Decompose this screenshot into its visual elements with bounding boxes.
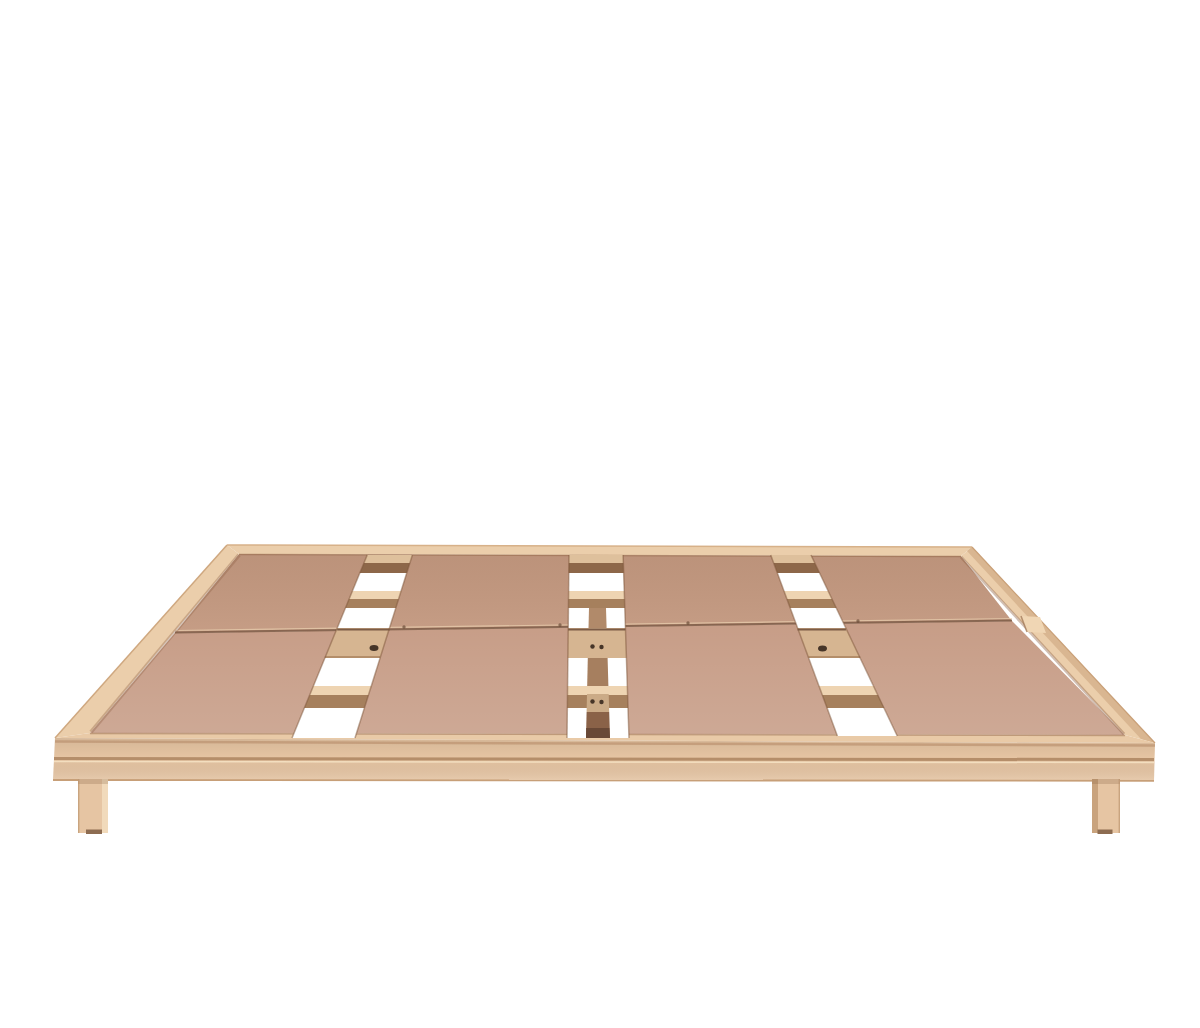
left-leg-top-shadow bbox=[78, 779, 108, 784]
center-rail-block bbox=[587, 694, 610, 712]
slat-top bbox=[349, 591, 401, 599]
right-leg bbox=[1092, 779, 1120, 834]
bed-frame-photo bbox=[0, 0, 1200, 1028]
gap-recess-top bbox=[569, 555, 623, 563]
gap-column-center bbox=[567, 555, 629, 738]
slat-top bbox=[569, 591, 625, 599]
screw bbox=[599, 700, 603, 704]
front-rail bbox=[53, 738, 1155, 781]
product-photo: Product photo of a low wooden platform b… bbox=[0, 0, 1200, 1028]
left-leg-face bbox=[78, 779, 102, 833]
panel-screw bbox=[856, 619, 859, 622]
gap-recess-shadow bbox=[360, 563, 410, 573]
slat-front-shadow bbox=[822, 695, 884, 708]
slat-top bbox=[568, 686, 628, 695]
gap-opening bbox=[352, 573, 406, 591]
slat-top bbox=[819, 686, 878, 695]
slat-top bbox=[784, 591, 832, 599]
gap-recess-shadow bbox=[569, 563, 624, 573]
slat-front-shadow bbox=[345, 599, 398, 608]
screw bbox=[599, 645, 603, 649]
slat-front-shadow bbox=[787, 599, 836, 608]
gap-opening bbox=[337, 608, 396, 628]
left-leg-side bbox=[102, 779, 108, 833]
background bbox=[0, 0, 1200, 1028]
front-rail-groove-highlight bbox=[54, 762, 1154, 763]
left-leg-foot bbox=[86, 830, 102, 835]
panel-screw bbox=[558, 623, 561, 626]
center-support-rail bbox=[589, 608, 607, 628]
cross-rail-block bbox=[568, 628, 627, 658]
panel-screw bbox=[686, 621, 689, 624]
slat-front-shadow bbox=[568, 599, 624, 608]
gap-recess-top bbox=[364, 555, 413, 563]
left-leg bbox=[78, 779, 108, 834]
screw bbox=[590, 699, 594, 703]
center-support-rail-end-dark bbox=[586, 728, 610, 738]
right-leg-foot bbox=[1098, 830, 1113, 835]
gap-recess-top bbox=[771, 555, 815, 563]
right-leg-face bbox=[1098, 779, 1120, 833]
right-leg-side bbox=[1092, 779, 1098, 833]
front-rail-bottom-edge bbox=[53, 780, 1154, 781]
slat-top bbox=[310, 686, 372, 695]
gap-recess-shadow bbox=[774, 563, 820, 573]
screw bbox=[590, 644, 594, 648]
bolt-hole bbox=[370, 645, 379, 651]
slat-front-shadow bbox=[304, 695, 368, 708]
bolt-hole bbox=[818, 646, 827, 652]
front-rail-groove bbox=[54, 759, 1154, 760]
panel-screw bbox=[402, 625, 405, 628]
gap-opening bbox=[569, 573, 625, 591]
center-support-rail bbox=[587, 658, 608, 686]
right-leg-top-shadow bbox=[1092, 779, 1120, 784]
